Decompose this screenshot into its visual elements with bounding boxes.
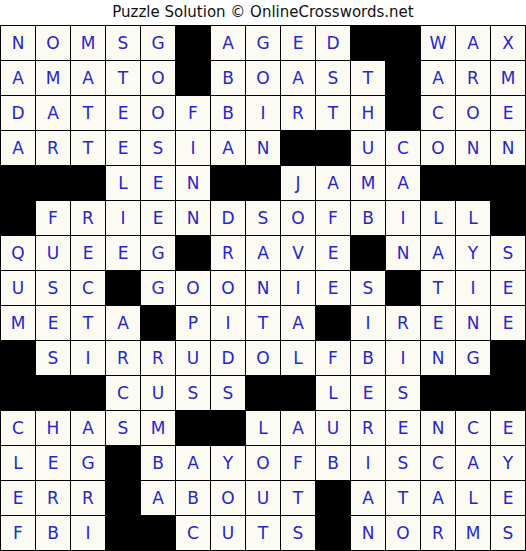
letter-cell: A bbox=[421, 236, 455, 270]
block-cell bbox=[386, 61, 420, 95]
letter-cell: C bbox=[1, 411, 35, 445]
letter-cell: H bbox=[36, 411, 70, 445]
letter-cell: I bbox=[386, 201, 420, 235]
letter-cell: A bbox=[176, 446, 210, 480]
letter-cell: L bbox=[281, 341, 315, 375]
letter-cell: R bbox=[421, 516, 455, 550]
letter-cell: B bbox=[36, 516, 70, 550]
letter-cell: E bbox=[1, 481, 35, 515]
letter-cell: A bbox=[1, 131, 35, 165]
letter-cell: S bbox=[246, 201, 280, 235]
letter-cell: S bbox=[316, 61, 350, 95]
letter-cell: U bbox=[316, 411, 350, 445]
letter-cell: E bbox=[421, 306, 455, 340]
letter-cell: S bbox=[211, 376, 245, 410]
letter-cell: E bbox=[106, 131, 140, 165]
block-cell bbox=[246, 376, 280, 410]
block-cell bbox=[316, 306, 350, 340]
letter-cell: R bbox=[36, 481, 70, 515]
letter-cell: R bbox=[281, 96, 315, 130]
letter-cell: E bbox=[36, 446, 70, 480]
letter-cell: T bbox=[106, 61, 140, 95]
letter-cell: R bbox=[71, 201, 105, 235]
letter-cell: L bbox=[1, 446, 35, 480]
letter-cell: A bbox=[211, 131, 245, 165]
letter-cell: O bbox=[141, 61, 175, 95]
block-cell bbox=[71, 376, 105, 410]
letter-cell: S bbox=[386, 376, 420, 410]
block-cell bbox=[281, 376, 315, 410]
letter-cell: I bbox=[351, 446, 385, 480]
block-cell bbox=[106, 516, 140, 550]
letter-cell: T bbox=[351, 61, 385, 95]
letter-cell: G bbox=[141, 236, 175, 270]
letter-cell: B bbox=[141, 446, 175, 480]
block-cell bbox=[1, 166, 35, 200]
letter-cell: S bbox=[176, 376, 210, 410]
letter-cell: O bbox=[281, 201, 315, 235]
letter-cell: T bbox=[316, 96, 350, 130]
letter-cell: V bbox=[281, 236, 315, 270]
letter-cell: M bbox=[36, 61, 70, 95]
letter-cell: N bbox=[386, 236, 420, 270]
letter-cell: Y bbox=[491, 446, 525, 480]
block-cell bbox=[211, 411, 245, 445]
letter-cell: Y bbox=[456, 236, 490, 270]
letter-cell: L bbox=[316, 376, 350, 410]
letter-cell: A bbox=[141, 481, 175, 515]
letter-cell: M bbox=[141, 411, 175, 445]
letter-cell: R bbox=[106, 341, 140, 375]
letter-cell: A bbox=[71, 411, 105, 445]
letter-cell: A bbox=[281, 61, 315, 95]
letter-cell: B bbox=[176, 481, 210, 515]
letter-cell: E bbox=[491, 306, 525, 340]
letter-cell: O bbox=[141, 96, 175, 130]
block-cell bbox=[351, 236, 385, 270]
letter-cell: L bbox=[106, 166, 140, 200]
letter-cell: T bbox=[281, 481, 315, 515]
block-cell bbox=[456, 166, 490, 200]
block-cell bbox=[36, 376, 70, 410]
letter-cell: L bbox=[421, 201, 455, 235]
letter-cell: A bbox=[386, 166, 420, 200]
letter-cell: E bbox=[491, 411, 525, 445]
letter-cell: D bbox=[211, 201, 245, 235]
block-cell bbox=[71, 166, 105, 200]
letter-cell: U bbox=[176, 341, 210, 375]
letter-cell: F bbox=[316, 201, 350, 235]
letter-cell: O bbox=[211, 271, 245, 305]
letter-cell: R bbox=[36, 131, 70, 165]
letter-cell: A bbox=[211, 26, 245, 60]
letter-cell: O bbox=[36, 26, 70, 60]
letter-cell: O bbox=[421, 131, 455, 165]
letter-cell: T bbox=[71, 131, 105, 165]
letter-cell: F bbox=[281, 446, 315, 480]
letter-cell: E bbox=[386, 411, 420, 445]
letter-cell: R bbox=[71, 481, 105, 515]
letter-cell: O bbox=[386, 516, 420, 550]
letter-cell: G bbox=[141, 271, 175, 305]
letter-cell: F bbox=[316, 341, 350, 375]
block-cell bbox=[106, 271, 140, 305]
letter-cell: S bbox=[386, 446, 420, 480]
letter-cell: O bbox=[456, 96, 490, 130]
letter-cell: N bbox=[176, 201, 210, 235]
puzzle-solution-page: Puzzle Solution © OnlineCrosswords.net N… bbox=[0, 0, 526, 551]
letter-cell: R bbox=[141, 341, 175, 375]
block-cell bbox=[246, 166, 280, 200]
block-cell bbox=[176, 411, 210, 445]
letter-cell: A bbox=[351, 481, 385, 515]
letter-cell: B bbox=[351, 201, 385, 235]
letter-cell: N bbox=[456, 306, 490, 340]
letter-cell: U bbox=[1, 271, 35, 305]
block-cell bbox=[36, 166, 70, 200]
letter-cell: U bbox=[211, 516, 245, 550]
letter-cell: B bbox=[211, 61, 245, 95]
letter-cell: A bbox=[456, 446, 490, 480]
block-cell bbox=[386, 96, 420, 130]
letter-cell: H bbox=[351, 96, 385, 130]
letter-cell: U bbox=[351, 131, 385, 165]
letter-cell: N bbox=[246, 131, 280, 165]
block-cell bbox=[281, 131, 315, 165]
block-cell bbox=[386, 26, 420, 60]
letter-cell: N bbox=[176, 166, 210, 200]
letter-cell: S bbox=[491, 236, 525, 270]
letter-cell: N bbox=[246, 271, 280, 305]
letter-cell: I bbox=[71, 516, 105, 550]
letter-cell: Y bbox=[211, 446, 245, 480]
letter-cell: F bbox=[1, 516, 35, 550]
letter-cell: T bbox=[386, 481, 420, 515]
letter-cell: E bbox=[491, 481, 525, 515]
letter-cell: A bbox=[421, 481, 455, 515]
block-cell bbox=[491, 201, 525, 235]
letter-cell: N bbox=[421, 341, 455, 375]
letter-cell: O bbox=[176, 271, 210, 305]
letter-cell: S bbox=[106, 411, 140, 445]
letter-cell: S bbox=[106, 26, 140, 60]
block-cell bbox=[316, 131, 350, 165]
block-cell bbox=[141, 306, 175, 340]
letter-cell: C bbox=[421, 446, 455, 480]
letter-cell: A bbox=[106, 306, 140, 340]
letter-cell: R bbox=[351, 411, 385, 445]
letter-cell: O bbox=[246, 341, 280, 375]
letter-cell: M bbox=[491, 61, 525, 95]
block-cell bbox=[1, 201, 35, 235]
block-cell bbox=[316, 481, 350, 515]
letter-cell: J bbox=[281, 166, 315, 200]
letter-cell: R bbox=[211, 236, 245, 270]
letter-cell: B bbox=[316, 446, 350, 480]
letter-cell: E bbox=[316, 271, 350, 305]
letter-cell: I bbox=[456, 271, 490, 305]
letter-cell: E bbox=[71, 236, 105, 270]
letter-cell: A bbox=[71, 61, 105, 95]
letter-cell: N bbox=[421, 411, 455, 445]
letter-cell: N bbox=[456, 131, 490, 165]
letter-cell: A bbox=[316, 166, 350, 200]
letter-cell: E bbox=[106, 96, 140, 130]
letter-cell: S bbox=[141, 131, 175, 165]
letter-cell: U bbox=[141, 376, 175, 410]
letter-cell: T bbox=[71, 306, 105, 340]
letter-cell: D bbox=[1, 96, 35, 130]
letter-cell: S bbox=[351, 271, 385, 305]
letter-cell: C bbox=[106, 376, 140, 410]
letter-cell: O bbox=[246, 446, 280, 480]
block-cell bbox=[491, 166, 525, 200]
letter-cell: S bbox=[36, 271, 70, 305]
letter-cell: E bbox=[491, 96, 525, 130]
crossword-grid: NOMSGAGEDWAXAMATOBOASTARMDATEOFBIRTHCOEA… bbox=[0, 25, 526, 551]
letter-cell: G bbox=[71, 446, 105, 480]
letter-cell: T bbox=[246, 516, 280, 550]
block-cell bbox=[176, 61, 210, 95]
letter-cell: D bbox=[316, 26, 350, 60]
letter-cell: I bbox=[246, 96, 280, 130]
page-title: Puzzle Solution © OnlineCrosswords.net bbox=[0, 0, 526, 25]
letter-cell: B bbox=[211, 96, 245, 130]
letter-cell: A bbox=[281, 411, 315, 445]
letter-cell: B bbox=[351, 341, 385, 375]
block-cell bbox=[1, 376, 35, 410]
letter-cell: E bbox=[351, 376, 385, 410]
letter-cell: S bbox=[491, 516, 525, 550]
letter-cell: F bbox=[176, 96, 210, 130]
letter-cell: E bbox=[141, 201, 175, 235]
letter-cell: G bbox=[246, 26, 280, 60]
letter-cell: C bbox=[176, 516, 210, 550]
letter-cell: A bbox=[246, 236, 280, 270]
letter-cell: W bbox=[421, 26, 455, 60]
letter-cell: N bbox=[491, 131, 525, 165]
letter-cell: U bbox=[246, 481, 280, 515]
letter-cell: T bbox=[71, 96, 105, 130]
letter-cell: O bbox=[246, 61, 280, 95]
letter-cell: E bbox=[281, 26, 315, 60]
letter-cell: A bbox=[1, 61, 35, 95]
letter-cell: M bbox=[1, 306, 35, 340]
letter-cell: C bbox=[386, 131, 420, 165]
letter-cell: A bbox=[281, 306, 315, 340]
letter-cell: I bbox=[176, 131, 210, 165]
letter-cell: U bbox=[36, 236, 70, 270]
letter-cell: I bbox=[211, 306, 245, 340]
letter-cell: E bbox=[141, 166, 175, 200]
letter-cell: R bbox=[386, 306, 420, 340]
letter-cell: G bbox=[456, 341, 490, 375]
block-cell bbox=[1, 341, 35, 375]
letter-cell: O bbox=[211, 481, 245, 515]
block-cell bbox=[106, 481, 140, 515]
letter-cell: M bbox=[71, 26, 105, 60]
block-cell bbox=[176, 26, 210, 60]
block-cell bbox=[211, 166, 245, 200]
letter-cell: X bbox=[491, 26, 525, 60]
block-cell bbox=[176, 236, 210, 270]
letter-cell: P bbox=[176, 306, 210, 340]
letter-cell: D bbox=[211, 341, 245, 375]
block-cell bbox=[491, 341, 525, 375]
letter-cell: C bbox=[71, 271, 105, 305]
letter-cell: Q bbox=[1, 236, 35, 270]
letter-cell: T bbox=[246, 306, 280, 340]
block-cell bbox=[491, 376, 525, 410]
letter-cell: L bbox=[456, 481, 490, 515]
letter-cell: C bbox=[421, 96, 455, 130]
letter-cell: I bbox=[71, 341, 105, 375]
letter-cell: F bbox=[36, 201, 70, 235]
letter-cell: I bbox=[281, 271, 315, 305]
block-cell bbox=[421, 376, 455, 410]
letter-cell: M bbox=[351, 166, 385, 200]
letter-cell: L bbox=[246, 411, 280, 445]
block-cell bbox=[141, 516, 175, 550]
letter-cell: A bbox=[36, 96, 70, 130]
letter-cell: I bbox=[386, 341, 420, 375]
letter-cell: G bbox=[141, 26, 175, 60]
letter-cell: L bbox=[456, 201, 490, 235]
letter-cell: S bbox=[36, 341, 70, 375]
block-cell bbox=[106, 446, 140, 480]
block-cell bbox=[386, 271, 420, 305]
block-cell bbox=[316, 516, 350, 550]
letter-cell: R bbox=[456, 61, 490, 95]
letter-cell: A bbox=[421, 61, 455, 95]
letter-cell: N bbox=[351, 516, 385, 550]
letter-cell: I bbox=[106, 201, 140, 235]
letter-cell: I bbox=[351, 306, 385, 340]
block-cell bbox=[351, 26, 385, 60]
letter-cell: T bbox=[421, 271, 455, 305]
letter-cell: E bbox=[36, 306, 70, 340]
letter-cell: E bbox=[106, 236, 140, 270]
letter-cell: E bbox=[316, 236, 350, 270]
block-cell bbox=[456, 376, 490, 410]
letter-cell: E bbox=[491, 271, 525, 305]
letter-cell: M bbox=[456, 516, 490, 550]
block-cell bbox=[421, 166, 455, 200]
letter-cell: C bbox=[456, 411, 490, 445]
letter-cell: S bbox=[281, 516, 315, 550]
letter-cell: N bbox=[1, 26, 35, 60]
letter-cell: A bbox=[456, 26, 490, 60]
